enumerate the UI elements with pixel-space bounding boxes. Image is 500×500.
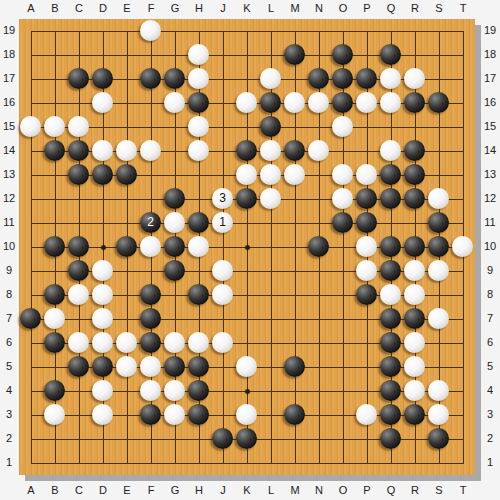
board-point-C19[interactable] xyxy=(67,19,91,43)
board-point-R13[interactable] xyxy=(403,163,427,187)
board-point-T10[interactable] xyxy=(451,235,475,259)
board-point-A9[interactable] xyxy=(19,259,43,283)
board-point-M5[interactable] xyxy=(283,355,307,379)
board-point-J1[interactable] xyxy=(211,451,235,475)
board-point-B15[interactable] xyxy=(43,115,67,139)
board-point-R12[interactable] xyxy=(403,187,427,211)
board-point-Q7[interactable] xyxy=(379,307,403,331)
board-point-R4[interactable] xyxy=(403,379,427,403)
board-point-D13[interactable] xyxy=(91,163,115,187)
board-point-Q10[interactable] xyxy=(379,235,403,259)
board-point-S19[interactable] xyxy=(427,19,451,43)
board-point-S11[interactable] xyxy=(427,211,451,235)
board-point-L3[interactable] xyxy=(259,403,283,427)
board-point-L13[interactable] xyxy=(259,163,283,187)
board-point-J4[interactable] xyxy=(211,379,235,403)
board-point-A3[interactable] xyxy=(19,403,43,427)
board-point-J8[interactable] xyxy=(211,283,235,307)
board-point-A16[interactable] xyxy=(19,91,43,115)
board-point-G9[interactable] xyxy=(163,259,187,283)
board-point-R18[interactable] xyxy=(403,43,427,67)
board-point-B6[interactable] xyxy=(43,331,67,355)
board-point-H17[interactable] xyxy=(187,67,211,91)
board-point-P16[interactable] xyxy=(355,91,379,115)
board-point-F19[interactable] xyxy=(139,19,163,43)
board-point-E10[interactable] xyxy=(115,235,139,259)
board-point-N13[interactable] xyxy=(307,163,331,187)
board-point-A15[interactable] xyxy=(19,115,43,139)
board-point-G19[interactable] xyxy=(163,19,187,43)
board-point-D1[interactable] xyxy=(91,451,115,475)
board-point-H13[interactable] xyxy=(187,163,211,187)
board-point-C16[interactable] xyxy=(67,91,91,115)
board-point-J6[interactable] xyxy=(211,331,235,355)
board-point-M3[interactable] xyxy=(283,403,307,427)
board-point-R7[interactable] xyxy=(403,307,427,331)
board-point-S3[interactable] xyxy=(427,403,451,427)
board-point-O15[interactable] xyxy=(331,115,355,139)
board-point-K7[interactable] xyxy=(235,307,259,331)
board-point-L10[interactable] xyxy=(259,235,283,259)
board-point-O9[interactable] xyxy=(331,259,355,283)
board-point-N4[interactable] xyxy=(307,379,331,403)
board-point-N11[interactable] xyxy=(307,211,331,235)
board-point-L18[interactable] xyxy=(259,43,283,67)
board-point-A7[interactable] xyxy=(19,307,43,331)
board-point-M13[interactable] xyxy=(283,163,307,187)
board-point-K9[interactable] xyxy=(235,259,259,283)
board-point-G15[interactable] xyxy=(163,115,187,139)
board-point-B7[interactable] xyxy=(43,307,67,331)
board-point-C4[interactable] xyxy=(67,379,91,403)
board-point-T11[interactable] xyxy=(451,211,475,235)
board-point-C17[interactable] xyxy=(67,67,91,91)
board-point-S15[interactable] xyxy=(427,115,451,139)
board-point-E4[interactable] xyxy=(115,379,139,403)
board-point-M16[interactable] xyxy=(283,91,307,115)
board-point-S10[interactable] xyxy=(427,235,451,259)
board-point-O4[interactable] xyxy=(331,379,355,403)
board-point-K2[interactable] xyxy=(235,427,259,451)
board-point-D6[interactable] xyxy=(91,331,115,355)
board-point-S16[interactable] xyxy=(427,91,451,115)
board-point-R6[interactable] xyxy=(403,331,427,355)
board-point-O7[interactable] xyxy=(331,307,355,331)
board-point-L14[interactable] xyxy=(259,139,283,163)
board-point-E8[interactable] xyxy=(115,283,139,307)
board-point-P13[interactable] xyxy=(355,163,379,187)
board-point-C18[interactable] xyxy=(67,43,91,67)
board-point-A1[interactable] xyxy=(19,451,43,475)
board-point-T9[interactable] xyxy=(451,259,475,283)
board-point-G17[interactable] xyxy=(163,67,187,91)
board-point-P1[interactable] xyxy=(355,451,379,475)
board-point-C12[interactable] xyxy=(67,187,91,211)
board-point-G18[interactable] xyxy=(163,43,187,67)
board-point-C10[interactable] xyxy=(67,235,91,259)
board-point-O10[interactable] xyxy=(331,235,355,259)
board-point-O11[interactable] xyxy=(331,211,355,235)
board-point-F4[interactable] xyxy=(139,379,163,403)
board-point-Q16[interactable] xyxy=(379,91,403,115)
board-point-F10[interactable] xyxy=(139,235,163,259)
board-point-R1[interactable] xyxy=(403,451,427,475)
board-point-J16[interactable] xyxy=(211,91,235,115)
board-point-P18[interactable] xyxy=(355,43,379,67)
board-point-L1[interactable] xyxy=(259,451,283,475)
board-point-P8[interactable] xyxy=(355,283,379,307)
board-point-R9[interactable] xyxy=(403,259,427,283)
board-point-F15[interactable] xyxy=(139,115,163,139)
board-point-C5[interactable] xyxy=(67,355,91,379)
board-point-E18[interactable] xyxy=(115,43,139,67)
board-point-B2[interactable] xyxy=(43,427,67,451)
board-point-N6[interactable] xyxy=(307,331,331,355)
board-point-S18[interactable] xyxy=(427,43,451,67)
board-point-C2[interactable] xyxy=(67,427,91,451)
board-point-J11[interactable]: 1 xyxy=(211,211,235,235)
board-point-S14[interactable] xyxy=(427,139,451,163)
board-point-J3[interactable] xyxy=(211,403,235,427)
board-point-D17[interactable] xyxy=(91,67,115,91)
board-point-O14[interactable] xyxy=(331,139,355,163)
board-point-A5[interactable] xyxy=(19,355,43,379)
board-point-J14[interactable] xyxy=(211,139,235,163)
board-point-D8[interactable] xyxy=(91,283,115,307)
board-point-L7[interactable] xyxy=(259,307,283,331)
board-point-D3[interactable] xyxy=(91,403,115,427)
board-point-L17[interactable] xyxy=(259,67,283,91)
board-point-C9[interactable] xyxy=(67,259,91,283)
board-point-E17[interactable] xyxy=(115,67,139,91)
board-point-C8[interactable] xyxy=(67,283,91,307)
board-point-H5[interactable] xyxy=(187,355,211,379)
board-point-H8[interactable] xyxy=(187,283,211,307)
board-point-J10[interactable] xyxy=(211,235,235,259)
board-point-R14[interactable] xyxy=(403,139,427,163)
board-point-A17[interactable] xyxy=(19,67,43,91)
board-point-T16[interactable] xyxy=(451,91,475,115)
board-point-Q3[interactable] xyxy=(379,403,403,427)
board-point-T17[interactable] xyxy=(451,67,475,91)
board-point-E7[interactable] xyxy=(115,307,139,331)
board-point-Q8[interactable] xyxy=(379,283,403,307)
board-point-D18[interactable] xyxy=(91,43,115,67)
board-point-H3[interactable] xyxy=(187,403,211,427)
board-point-P4[interactable] xyxy=(355,379,379,403)
board-point-T1[interactable] xyxy=(451,451,475,475)
board-point-K13[interactable] xyxy=(235,163,259,187)
board-point-N3[interactable] xyxy=(307,403,331,427)
board-point-G5[interactable] xyxy=(163,355,187,379)
board-point-D15[interactable] xyxy=(91,115,115,139)
board-point-G7[interactable] xyxy=(163,307,187,331)
board-point-M14[interactable] xyxy=(283,139,307,163)
board-point-P5[interactable] xyxy=(355,355,379,379)
board-point-J15[interactable] xyxy=(211,115,235,139)
board-point-S8[interactable] xyxy=(427,283,451,307)
board-point-H10[interactable] xyxy=(187,235,211,259)
board-point-D16[interactable] xyxy=(91,91,115,115)
board-point-P12[interactable] xyxy=(355,187,379,211)
board-point-B11[interactable] xyxy=(43,211,67,235)
board-point-O6[interactable] xyxy=(331,331,355,355)
board-point-L11[interactable] xyxy=(259,211,283,235)
board-point-Q9[interactable] xyxy=(379,259,403,283)
board-point-H1[interactable] xyxy=(187,451,211,475)
board-point-M9[interactable] xyxy=(283,259,307,283)
board-point-R17[interactable] xyxy=(403,67,427,91)
board-point-B3[interactable] xyxy=(43,403,67,427)
board-point-T6[interactable] xyxy=(451,331,475,355)
board-point-O13[interactable] xyxy=(331,163,355,187)
board-point-M1[interactable] xyxy=(283,451,307,475)
board-point-B17[interactable] xyxy=(43,67,67,91)
board-point-E12[interactable] xyxy=(115,187,139,211)
board-point-K4[interactable] xyxy=(235,379,259,403)
board-point-B18[interactable] xyxy=(43,43,67,67)
board-point-S4[interactable] xyxy=(427,379,451,403)
board-point-L19[interactable] xyxy=(259,19,283,43)
board-point-T13[interactable] xyxy=(451,163,475,187)
board-point-K12[interactable] xyxy=(235,187,259,211)
board-point-N15[interactable] xyxy=(307,115,331,139)
board-point-E2[interactable] xyxy=(115,427,139,451)
board-point-O3[interactable] xyxy=(331,403,355,427)
board-point-D11[interactable] xyxy=(91,211,115,235)
board-point-T3[interactable] xyxy=(451,403,475,427)
board-point-P11[interactable] xyxy=(355,211,379,235)
board-point-L5[interactable] xyxy=(259,355,283,379)
board-point-Q13[interactable] xyxy=(379,163,403,187)
board-point-K8[interactable] xyxy=(235,283,259,307)
board-point-K1[interactable] xyxy=(235,451,259,475)
board-point-S6[interactable] xyxy=(427,331,451,355)
board-point-B12[interactable] xyxy=(43,187,67,211)
board-point-K14[interactable] xyxy=(235,139,259,163)
board-point-H12[interactable] xyxy=(187,187,211,211)
board-point-L9[interactable] xyxy=(259,259,283,283)
board-point-B14[interactable] xyxy=(43,139,67,163)
board-point-T15[interactable] xyxy=(451,115,475,139)
board-point-H16[interactable] xyxy=(187,91,211,115)
board-point-S1[interactable] xyxy=(427,451,451,475)
board-point-R10[interactable] xyxy=(403,235,427,259)
board-point-E15[interactable] xyxy=(115,115,139,139)
board-point-C6[interactable] xyxy=(67,331,91,355)
board-point-F13[interactable] xyxy=(139,163,163,187)
board-point-E19[interactable] xyxy=(115,19,139,43)
board-point-T2[interactable] xyxy=(451,427,475,451)
board-point-O16[interactable] xyxy=(331,91,355,115)
board-point-F9[interactable] xyxy=(139,259,163,283)
board-point-G3[interactable] xyxy=(163,403,187,427)
board-point-S9[interactable] xyxy=(427,259,451,283)
board-point-P6[interactable] xyxy=(355,331,379,355)
board-point-A19[interactable] xyxy=(19,19,43,43)
board-point-G11[interactable] xyxy=(163,211,187,235)
board-point-F2[interactable] xyxy=(139,427,163,451)
board-point-O2[interactable] xyxy=(331,427,355,451)
board-point-M4[interactable] xyxy=(283,379,307,403)
board-point-T18[interactable] xyxy=(451,43,475,67)
board-point-N7[interactable] xyxy=(307,307,331,331)
board-point-C13[interactable] xyxy=(67,163,91,187)
board-point-N12[interactable] xyxy=(307,187,331,211)
board-point-F8[interactable] xyxy=(139,283,163,307)
board-point-B5[interactable] xyxy=(43,355,67,379)
board-point-H7[interactable] xyxy=(187,307,211,331)
board-point-J2[interactable] xyxy=(211,427,235,451)
board-point-H19[interactable] xyxy=(187,19,211,43)
board-point-B4[interactable] xyxy=(43,379,67,403)
board-point-O12[interactable] xyxy=(331,187,355,211)
board-point-P9[interactable] xyxy=(355,259,379,283)
board-point-D10[interactable] xyxy=(91,235,115,259)
board-point-O1[interactable] xyxy=(331,451,355,475)
board-point-E1[interactable] xyxy=(115,451,139,475)
board-point-E16[interactable] xyxy=(115,91,139,115)
board-point-G8[interactable] xyxy=(163,283,187,307)
board-point-N8[interactable] xyxy=(307,283,331,307)
board-point-H2[interactable] xyxy=(187,427,211,451)
board-point-T4[interactable] xyxy=(451,379,475,403)
board-point-M7[interactable] xyxy=(283,307,307,331)
board-point-M18[interactable] xyxy=(283,43,307,67)
board-point-A13[interactable] xyxy=(19,163,43,187)
board-point-L4[interactable] xyxy=(259,379,283,403)
board-point-S2[interactable] xyxy=(427,427,451,451)
board-point-F11[interactable]: 2 xyxy=(139,211,163,235)
board-point-A10[interactable] xyxy=(19,235,43,259)
board-point-J5[interactable] xyxy=(211,355,235,379)
board-point-N18[interactable] xyxy=(307,43,331,67)
board-point-G14[interactable] xyxy=(163,139,187,163)
board-point-R3[interactable] xyxy=(403,403,427,427)
board-point-C3[interactable] xyxy=(67,403,91,427)
board-point-P19[interactable] xyxy=(355,19,379,43)
board-point-O19[interactable] xyxy=(331,19,355,43)
board-point-R15[interactable] xyxy=(403,115,427,139)
board-point-Q2[interactable] xyxy=(379,427,403,451)
board-point-T5[interactable] xyxy=(451,355,475,379)
board-point-O17[interactable] xyxy=(331,67,355,91)
board-point-F6[interactable] xyxy=(139,331,163,355)
board-point-G12[interactable] xyxy=(163,187,187,211)
board-point-S12[interactable] xyxy=(427,187,451,211)
board-point-R11[interactable] xyxy=(403,211,427,235)
board-point-O5[interactable] xyxy=(331,355,355,379)
board-point-Q4[interactable] xyxy=(379,379,403,403)
board-point-Q14[interactable] xyxy=(379,139,403,163)
board-point-G16[interactable] xyxy=(163,91,187,115)
board-point-A2[interactable] xyxy=(19,427,43,451)
board-point-J18[interactable] xyxy=(211,43,235,67)
board-point-H4[interactable] xyxy=(187,379,211,403)
board-point-L2[interactable] xyxy=(259,427,283,451)
board-point-F5[interactable] xyxy=(139,355,163,379)
board-point-M12[interactable] xyxy=(283,187,307,211)
board-point-G13[interactable] xyxy=(163,163,187,187)
board-point-Q15[interactable] xyxy=(379,115,403,139)
board-point-H11[interactable] xyxy=(187,211,211,235)
board-point-Q17[interactable] xyxy=(379,67,403,91)
board-point-T12[interactable] xyxy=(451,187,475,211)
board-point-O8[interactable] xyxy=(331,283,355,307)
board-point-M2[interactable] xyxy=(283,427,307,451)
board-point-F18[interactable] xyxy=(139,43,163,67)
board-point-T19[interactable] xyxy=(451,19,475,43)
board-point-K17[interactable] xyxy=(235,67,259,91)
board-point-J7[interactable] xyxy=(211,307,235,331)
board-point-G6[interactable] xyxy=(163,331,187,355)
board-point-L15[interactable] xyxy=(259,115,283,139)
board-point-D12[interactable] xyxy=(91,187,115,211)
board-point-H18[interactable] xyxy=(187,43,211,67)
board-point-L6[interactable] xyxy=(259,331,283,355)
board-point-N19[interactable] xyxy=(307,19,331,43)
board-point-A11[interactable] xyxy=(19,211,43,235)
board-point-P10[interactable] xyxy=(355,235,379,259)
board-point-K10[interactable] xyxy=(235,235,259,259)
board-point-C15[interactable] xyxy=(67,115,91,139)
board-point-J13[interactable] xyxy=(211,163,235,187)
board-point-Q6[interactable] xyxy=(379,331,403,355)
board-point-R2[interactable] xyxy=(403,427,427,451)
board-point-D14[interactable] xyxy=(91,139,115,163)
board-point-M6[interactable] xyxy=(283,331,307,355)
board-point-P7[interactable] xyxy=(355,307,379,331)
board-point-G1[interactable] xyxy=(163,451,187,475)
board-point-A6[interactable] xyxy=(19,331,43,355)
board-point-H14[interactable] xyxy=(187,139,211,163)
board-point-F1[interactable] xyxy=(139,451,163,475)
board-point-M17[interactable] xyxy=(283,67,307,91)
board-point-D7[interactable] xyxy=(91,307,115,331)
board-point-N10[interactable] xyxy=(307,235,331,259)
board-point-R19[interactable] xyxy=(403,19,427,43)
board-point-L12[interactable] xyxy=(259,187,283,211)
board-point-N14[interactable] xyxy=(307,139,331,163)
board-point-N1[interactable] xyxy=(307,451,331,475)
board-point-B1[interactable] xyxy=(43,451,67,475)
board-point-K5[interactable] xyxy=(235,355,259,379)
board-point-H15[interactable] xyxy=(187,115,211,139)
board-point-P17[interactable] xyxy=(355,67,379,91)
board-point-R5[interactable] xyxy=(403,355,427,379)
board-point-A14[interactable] xyxy=(19,139,43,163)
board-point-O18[interactable] xyxy=(331,43,355,67)
board-point-Q5[interactable] xyxy=(379,355,403,379)
board-point-A8[interactable] xyxy=(19,283,43,307)
board-point-N2[interactable] xyxy=(307,427,331,451)
board-point-E11[interactable] xyxy=(115,211,139,235)
board-point-E5[interactable] xyxy=(115,355,139,379)
board-point-D4[interactable] xyxy=(91,379,115,403)
board-point-C1[interactable] xyxy=(67,451,91,475)
board-point-Q18[interactable] xyxy=(379,43,403,67)
board-point-P3[interactable] xyxy=(355,403,379,427)
board-point-M15[interactable] xyxy=(283,115,307,139)
board-point-N17[interactable] xyxy=(307,67,331,91)
board-point-K18[interactable] xyxy=(235,43,259,67)
board-point-P2[interactable] xyxy=(355,427,379,451)
board-point-Q12[interactable] xyxy=(379,187,403,211)
board-point-L16[interactable] xyxy=(259,91,283,115)
board-point-H9[interactable] xyxy=(187,259,211,283)
board-point-F14[interactable] xyxy=(139,139,163,163)
board-point-L8[interactable] xyxy=(259,283,283,307)
